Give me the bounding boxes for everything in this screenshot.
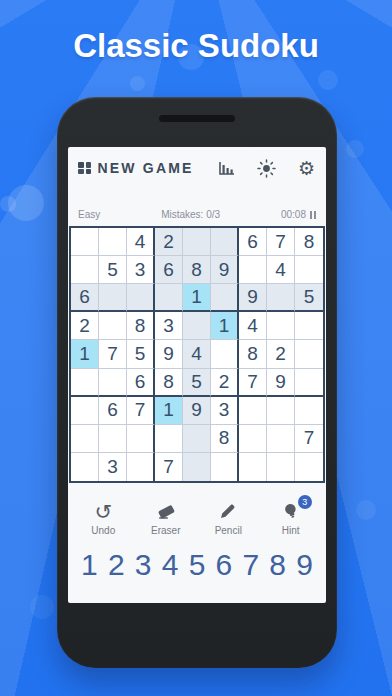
cell-r1c8[interactable]: 7: [267, 228, 295, 256]
cell-r3c9[interactable]: 5: [295, 284, 323, 312]
cell-r8c3[interactable]: [127, 425, 155, 453]
cell-r4c9[interactable]: [295, 312, 323, 340]
undo-button[interactable]: ↺ Undo: [75, 500, 131, 536]
cell-r5c8[interactable]: 2: [267, 340, 295, 368]
cell-r2c9[interactable]: [295, 256, 323, 284]
numpad-4[interactable]: 4: [162, 550, 179, 580]
cell-r3c8[interactable]: [267, 284, 295, 312]
app-header: NEW GAME ⚙: [68, 147, 326, 189]
sudoku-board: 4267853689461952831417594826852796719387…: [69, 226, 325, 483]
cell-r4c6[interactable]: 1: [211, 312, 239, 340]
cell-r9c6[interactable]: [211, 453, 239, 481]
cell-r1c4[interactable]: 2: [155, 228, 183, 256]
cell-r2c6[interactable]: 9: [211, 256, 239, 284]
cell-r1c3[interactable]: 4: [127, 228, 155, 256]
pause-icon[interactable]: [310, 211, 316, 219]
cell-r9c2[interactable]: 3: [99, 453, 127, 481]
cell-r8c1[interactable]: [71, 425, 99, 453]
cell-r6c2[interactable]: [99, 369, 127, 397]
phone-frame: NEW GAME ⚙ Easy Mistakes: 0/3 00:08: [57, 97, 337, 668]
cell-r1c6[interactable]: [211, 228, 239, 256]
phone-speaker: [159, 115, 235, 122]
cell-r6c5[interactable]: 5: [183, 369, 211, 397]
cell-r7c6[interactable]: 3: [211, 397, 239, 425]
cell-r2c8[interactable]: 4: [267, 256, 295, 284]
numpad-8[interactable]: 8: [269, 550, 286, 580]
cell-r3c6[interactable]: [211, 284, 239, 312]
cell-r2c1[interactable]: [71, 256, 99, 284]
cell-r3c4[interactable]: [155, 284, 183, 312]
cell-r5c4[interactable]: 9: [155, 340, 183, 368]
cell-r4c1[interactable]: 2: [71, 312, 99, 340]
numpad-9[interactable]: 9: [296, 550, 313, 580]
numpad-7[interactable]: 7: [242, 550, 259, 580]
cell-r9c3[interactable]: [127, 453, 155, 481]
numpad-3[interactable]: 3: [135, 550, 152, 580]
cell-r5c7[interactable]: 8: [239, 340, 267, 368]
cell-r2c5[interactable]: 8: [183, 256, 211, 284]
difficulty-label: Easy: [78, 209, 100, 220]
cell-r9c9[interactable]: [295, 453, 323, 481]
cell-r3c1[interactable]: 6: [71, 284, 99, 312]
numpad-2[interactable]: 2: [108, 550, 125, 580]
timer-label: 00:08: [281, 209, 306, 220]
cell-r7c1[interactable]: [71, 397, 99, 425]
mistakes-label: Mistakes: 0/3: [100, 209, 281, 220]
cell-r3c3[interactable]: [127, 284, 155, 312]
cell-r9c7[interactable]: [239, 453, 267, 481]
cell-r4c8[interactable]: [267, 312, 295, 340]
cell-r2c7[interactable]: [239, 256, 267, 284]
cell-r4c3[interactable]: 8: [127, 312, 155, 340]
bokeh-circle: [0, 196, 16, 212]
cell-r7c4[interactable]: 1: [155, 397, 183, 425]
cell-r8c9[interactable]: 7: [295, 425, 323, 453]
eraser-button[interactable]: Eraser: [138, 500, 194, 536]
theme-sun-icon[interactable]: [257, 159, 276, 178]
status-row: Easy Mistakes: 0/3 00:08: [68, 209, 326, 224]
bokeh-circle: [318, 70, 338, 90]
cell-r7c7[interactable]: [239, 397, 267, 425]
cell-r7c9[interactable]: [295, 397, 323, 425]
toolbar: ↺ Undo Eraser Pencil 3 Hint: [68, 500, 326, 536]
cell-r1c7[interactable]: 6: [239, 228, 267, 256]
cell-r6c8[interactable]: 9: [267, 369, 295, 397]
cell-r5c9[interactable]: [295, 340, 323, 368]
cell-r3c5-selected[interactable]: 1: [183, 284, 211, 312]
cell-r6c3[interactable]: 6: [127, 369, 155, 397]
cell-r5c1[interactable]: 1: [71, 340, 99, 368]
cell-r5c3[interactable]: 5: [127, 340, 155, 368]
cell-r7c3[interactable]: 7: [127, 397, 155, 425]
eraser-label: Eraser: [151, 525, 180, 536]
cell-r6c7[interactable]: 7: [239, 369, 267, 397]
cell-r9c4[interactable]: 7: [155, 453, 183, 481]
eraser-icon: [156, 500, 176, 522]
cell-r8c5[interactable]: [183, 425, 211, 453]
cell-r8c2[interactable]: [99, 425, 127, 453]
cell-r8c8[interactable]: [267, 425, 295, 453]
cell-r6c6[interactable]: 2: [211, 369, 239, 397]
cell-r6c1[interactable]: [71, 369, 99, 397]
number-pad: 123456789: [68, 550, 326, 580]
cell-r7c2[interactable]: 6: [99, 397, 127, 425]
numpad-5[interactable]: 5: [189, 550, 206, 580]
cell-r1c5[interactable]: [183, 228, 211, 256]
pencil-icon: [219, 500, 237, 522]
app-logo-icon: [78, 162, 91, 175]
cell-r9c1[interactable]: [71, 453, 99, 481]
cell-r3c7[interactable]: 9: [239, 284, 267, 312]
cell-r1c2[interactable]: [99, 228, 127, 256]
cell-r6c4[interactable]: 8: [155, 369, 183, 397]
app-title: Classic Sudoku: [0, 27, 392, 65]
cell-r6c9[interactable]: [295, 369, 323, 397]
statistics-icon[interactable]: [217, 159, 236, 178]
cell-r4c4[interactable]: 3: [155, 312, 183, 340]
cell-r9c8[interactable]: [267, 453, 295, 481]
cell-r3c2[interactable]: [99, 284, 127, 312]
numpad-1[interactable]: 1: [81, 550, 98, 580]
hint-label: Hint: [282, 525, 300, 536]
cell-r8c4[interactable]: [155, 425, 183, 453]
phone-screen: NEW GAME ⚙ Easy Mistakes: 0/3 00:08: [68, 147, 326, 603]
cell-r8c6[interactable]: 8: [211, 425, 239, 453]
undo-icon: ↺: [94, 500, 112, 522]
cell-r4c7[interactable]: 4: [239, 312, 267, 340]
bokeh-circle: [356, 500, 376, 520]
cell-r8c7[interactable]: [239, 425, 267, 453]
pencil-label: Pencil: [215, 525, 242, 536]
cell-r2c4[interactable]: 6: [155, 256, 183, 284]
bokeh-circle: [30, 595, 54, 619]
cell-r1c1[interactable]: [71, 228, 99, 256]
header-title: NEW GAME: [98, 160, 194, 176]
cell-r9c5[interactable]: [183, 453, 211, 481]
cell-r1c9[interactable]: 8: [295, 228, 323, 256]
undo-label: Undo: [91, 525, 115, 536]
settings-gear-icon[interactable]: ⚙: [297, 159, 316, 178]
bokeh-circle: [130, 76, 145, 91]
cell-r5c5[interactable]: 4: [183, 340, 211, 368]
cell-r7c8[interactable]: [267, 397, 295, 425]
numpad-6[interactable]: 6: [216, 550, 233, 580]
cell-r7c5[interactable]: 9: [183, 397, 211, 425]
cell-r5c2[interactable]: 7: [99, 340, 127, 368]
cell-r5c6[interactable]: [211, 340, 239, 368]
cell-r4c2[interactable]: [99, 312, 127, 340]
cell-r2c3[interactable]: 3: [127, 256, 155, 284]
hint-button[interactable]: 3 Hint: [263, 500, 319, 536]
bokeh-circle: [346, 140, 364, 158]
pencil-button[interactable]: Pencil: [200, 500, 256, 536]
cell-r2c2[interactable]: 5: [99, 256, 127, 284]
hint-count-badge: 3: [298, 495, 312, 509]
cell-r4c5[interactable]: [183, 312, 211, 340]
